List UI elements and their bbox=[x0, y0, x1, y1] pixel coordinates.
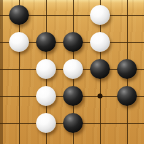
black-stone bbox=[117, 59, 137, 79]
go-board[interactable] bbox=[0, 0, 144, 144]
white-stone bbox=[36, 59, 56, 79]
black-stone bbox=[63, 86, 83, 106]
white-stone bbox=[63, 59, 83, 79]
white-stone bbox=[90, 32, 110, 52]
white-stone bbox=[36, 113, 56, 133]
black-stone bbox=[9, 5, 29, 25]
black-stone bbox=[117, 86, 137, 106]
white-stone bbox=[90, 5, 110, 25]
white-stone bbox=[9, 32, 29, 52]
black-stone bbox=[63, 113, 83, 133]
hoshi-star-point bbox=[98, 94, 103, 99]
black-stone bbox=[90, 59, 110, 79]
white-stone bbox=[36, 86, 56, 106]
black-stone bbox=[63, 32, 83, 52]
black-stone bbox=[36, 32, 56, 52]
